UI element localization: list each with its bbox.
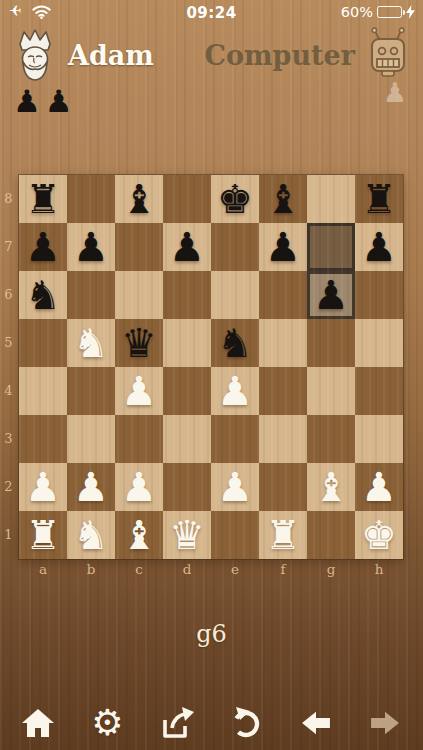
- piece-black-rook[interactable]: ♜: [355, 175, 403, 223]
- captured-black-pawn: ♟: [45, 83, 77, 119]
- square-c4[interactable]: ♟: [115, 367, 163, 415]
- piece-white-pawn[interactable]: ♟: [67, 463, 115, 511]
- rank-label-6: 6: [0, 271, 17, 319]
- square-e6[interactable]: [211, 271, 259, 319]
- piece-black-queen[interactable]: ♛: [115, 319, 163, 367]
- square-a3[interactable]: [19, 415, 67, 463]
- piece-black-king[interactable]: ♚: [211, 175, 259, 223]
- square-b1[interactable]: ♞: [67, 511, 115, 559]
- file-label-c: c: [115, 559, 163, 581]
- rank-labels: 87654321: [0, 175, 17, 559]
- square-d4[interactable]: [163, 367, 211, 415]
- square-b2[interactable]: ♟: [67, 463, 115, 511]
- bottom-toolbar: ⚙: [0, 696, 423, 750]
- square-c6[interactable]: [115, 271, 163, 319]
- square-b5[interactable]: ♞: [67, 319, 115, 367]
- captured-white-pawn: ♟: [383, 77, 407, 108]
- piece-white-pawn[interactable]: ♟: [115, 463, 163, 511]
- piece-black-pawn[interactable]: ♟: [355, 223, 403, 271]
- battery-percent: 60%: [341, 4, 373, 20]
- rank-label-5: 5: [0, 319, 17, 367]
- piece-black-bishop[interactable]: ♝: [259, 175, 307, 223]
- piece-white-king[interactable]: ♚: [355, 511, 403, 559]
- rank-label-2: 2: [0, 463, 17, 511]
- square-h4[interactable]: [355, 367, 403, 415]
- square-f7[interactable]: ♟: [259, 223, 307, 271]
- piece-white-queen[interactable]: ♛: [163, 511, 211, 559]
- share-button[interactable]: [155, 701, 199, 745]
- square-d6[interactable]: [163, 271, 211, 319]
- square-h7[interactable]: ♟: [355, 223, 403, 271]
- home-icon: [21, 707, 55, 739]
- black-captured-tray: ♟: [383, 78, 407, 108]
- square-a6[interactable]: ♞: [19, 271, 67, 319]
- white-player-avatar: [12, 27, 58, 83]
- captured-trays: ♟♟ ♟: [0, 84, 423, 118]
- piece-white-pawn[interactable]: ♟: [211, 367, 259, 415]
- piece-white-pawn[interactable]: ♟: [19, 463, 67, 511]
- square-f2[interactable]: [259, 463, 307, 511]
- rank-label-8: 8: [0, 175, 17, 223]
- piece-white-pawn[interactable]: ♟: [115, 367, 163, 415]
- square-f4[interactable]: [259, 367, 307, 415]
- undo-icon: [229, 706, 263, 740]
- square-a7[interactable]: ♟: [19, 223, 67, 271]
- square-h2[interactable]: ♟: [355, 463, 403, 511]
- square-g1[interactable]: [307, 511, 355, 559]
- file-label-b: b: [67, 559, 115, 581]
- square-e4[interactable]: ♟: [211, 367, 259, 415]
- last-move-label: g6: [0, 620, 423, 652]
- share-icon: [159, 706, 195, 740]
- back-button[interactable]: [294, 701, 338, 745]
- square-g4[interactable]: [307, 367, 355, 415]
- file-label-g: g: [307, 559, 355, 581]
- white-player-name: Adam: [68, 40, 154, 71]
- square-f1[interactable]: ♜: [259, 511, 307, 559]
- file-labels: abcdefgh: [19, 559, 403, 581]
- forward-button[interactable]: [363, 701, 407, 745]
- square-d8[interactable]: [163, 175, 211, 223]
- square-c3[interactable]: [115, 415, 163, 463]
- square-g2[interactable]: ♝: [307, 463, 355, 511]
- forward-arrow-icon: [369, 710, 401, 736]
- black-player-name: Computer: [205, 40, 355, 71]
- white-captured-tray: ♟♟: [13, 84, 77, 118]
- square-e2[interactable]: ♟: [211, 463, 259, 511]
- home-button[interactable]: [16, 701, 60, 745]
- piece-black-knight[interactable]: ♞: [19, 271, 67, 319]
- gear-icon: ⚙: [91, 705, 123, 741]
- piece-white-rook[interactable]: ♜: [259, 511, 307, 559]
- piece-white-pawn[interactable]: ♟: [211, 463, 259, 511]
- square-e8[interactable]: ♚: [211, 175, 259, 223]
- square-g5[interactable]: [307, 319, 355, 367]
- square-c5[interactable]: ♛: [115, 319, 163, 367]
- square-d5[interactable]: [163, 319, 211, 367]
- square-d1[interactable]: ♛: [163, 511, 211, 559]
- piece-white-pawn[interactable]: ♟: [355, 463, 403, 511]
- square-b6[interactable]: [67, 271, 115, 319]
- piece-white-bishop[interactable]: ♝: [115, 511, 163, 559]
- restart-button[interactable]: [224, 701, 268, 745]
- square-c8[interactable]: ♝: [115, 175, 163, 223]
- square-f6[interactable]: [259, 271, 307, 319]
- square-d7[interactable]: ♟: [163, 223, 211, 271]
- square-h5[interactable]: [355, 319, 403, 367]
- piece-black-pawn[interactable]: ♟: [163, 223, 211, 271]
- file-label-a: a: [19, 559, 67, 581]
- rank-label-7: 7: [0, 223, 17, 271]
- status-bar: ✈ 09:24 60%: [0, 0, 423, 26]
- piece-black-pawn[interactable]: ♟: [307, 271, 355, 319]
- square-h3[interactable]: [355, 415, 403, 463]
- piece-white-rook[interactable]: ♜: [19, 511, 67, 559]
- rank-label-4: 4: [0, 367, 17, 415]
- square-c7[interactable]: [115, 223, 163, 271]
- back-arrow-icon: [300, 710, 332, 736]
- chess-app: ✈ 09:24 60%: [0, 0, 423, 750]
- piece-black-pawn[interactable]: ♟: [19, 223, 67, 271]
- square-g3[interactable]: [307, 415, 355, 463]
- square-e5[interactable]: ♞: [211, 319, 259, 367]
- square-e1[interactable]: [211, 511, 259, 559]
- charging-bolt-icon: [406, 5, 415, 19]
- piece-white-bishop[interactable]: ♝: [307, 463, 355, 511]
- file-label-d: d: [163, 559, 211, 581]
- rank-label-3: 3: [0, 415, 17, 463]
- piece-black-bishop[interactable]: ♝: [115, 175, 163, 223]
- square-h6[interactable]: [355, 271, 403, 319]
- square-h1[interactable]: ♚: [355, 511, 403, 559]
- square-b3[interactable]: [67, 415, 115, 463]
- square-d2[interactable]: [163, 463, 211, 511]
- square-b8[interactable]: [67, 175, 115, 223]
- file-label-e: e: [211, 559, 259, 581]
- square-b4[interactable]: [67, 367, 115, 415]
- square-a4[interactable]: [19, 367, 67, 415]
- rank-label-1: 1: [0, 511, 17, 559]
- battery-icon: [377, 6, 402, 18]
- square-f8[interactable]: ♝: [259, 175, 307, 223]
- piece-white-knight[interactable]: ♞: [67, 511, 115, 559]
- player-row: Adam Computer: [0, 26, 423, 84]
- captured-black-pawn: ♟: [13, 83, 45, 119]
- square-f5[interactable]: [259, 319, 307, 367]
- square-c2[interactable]: ♟: [115, 463, 163, 511]
- square-a2[interactable]: ♟: [19, 463, 67, 511]
- piece-black-knight[interactable]: ♞: [211, 319, 259, 367]
- square-c1[interactable]: ♝: [115, 511, 163, 559]
- square-b7[interactable]: ♟: [67, 223, 115, 271]
- file-label-f: f: [259, 559, 307, 581]
- square-a5[interactable]: [19, 319, 67, 367]
- square-e7[interactable]: [211, 223, 259, 271]
- piece-white-knight[interactable]: ♞: [67, 319, 115, 367]
- piece-black-pawn[interactable]: ♟: [259, 223, 307, 271]
- board: ♜♝♚♝♜♟♟♟♟♟♞♟♞♛♞♟♟♟♟♟♟♝♟♜♞♝♛♜♚: [19, 175, 403, 559]
- square-g6[interactable]: ♟: [307, 271, 355, 319]
- piece-black-pawn[interactable]: ♟: [67, 223, 115, 271]
- piece-black-rook[interactable]: ♜: [19, 175, 67, 223]
- square-a1[interactable]: ♜: [19, 511, 67, 559]
- square-f3[interactable]: [259, 415, 307, 463]
- settings-button[interactable]: ⚙: [85, 701, 129, 745]
- square-d3[interactable]: [163, 415, 211, 463]
- square-h8[interactable]: ♜: [355, 175, 403, 223]
- square-g7[interactable]: [307, 223, 355, 271]
- square-e3[interactable]: [211, 415, 259, 463]
- file-label-h: h: [355, 559, 403, 581]
- robot-avatar: [365, 27, 411, 83]
- square-g8[interactable]: [307, 175, 355, 223]
- square-a8[interactable]: ♜: [19, 175, 67, 223]
